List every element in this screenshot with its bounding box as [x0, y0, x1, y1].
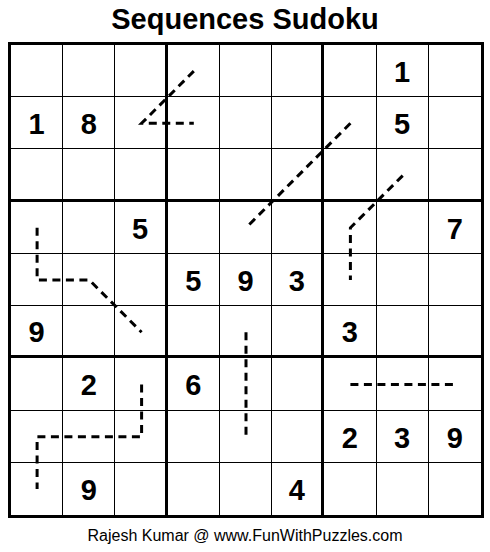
empty-cell-r3c4[interactable] [168, 149, 220, 201]
empty-cell-r6c8[interactable] [377, 306, 429, 358]
empty-cell-r5c8[interactable] [377, 254, 429, 306]
given-cell-r5c6: 3 [272, 254, 324, 306]
empty-cell-r3c1[interactable] [11, 149, 63, 201]
empty-cell-r8c2[interactable] [63, 411, 115, 463]
empty-cell-r2c3[interactable] [115, 97, 167, 149]
given-cell-r9c2: 9 [63, 463, 115, 515]
empty-cell-r6c5[interactable] [220, 306, 272, 358]
empty-cell-r7c3[interactable] [115, 358, 167, 410]
empty-cell-r2c4[interactable] [168, 97, 220, 149]
given-cell-r2c1: 1 [11, 97, 63, 149]
empty-cell-r3c2[interactable] [63, 149, 115, 201]
empty-cell-r9c1[interactable] [11, 463, 63, 515]
empty-cell-r4c8[interactable] [377, 202, 429, 254]
empty-cell-r8c6[interactable] [272, 411, 324, 463]
empty-cell-r1c6[interactable] [272, 45, 324, 97]
empty-cell-r3c9[interactable] [429, 149, 481, 201]
empty-cell-r1c2[interactable] [63, 45, 115, 97]
empty-cell-r4c5[interactable] [220, 202, 272, 254]
given-cell-r6c1: 9 [11, 306, 63, 358]
empty-cell-r8c1[interactable] [11, 411, 63, 463]
empty-cell-r6c9[interactable] [429, 306, 481, 358]
given-cell-r8c7: 2 [324, 411, 376, 463]
empty-cell-r5c2[interactable] [63, 254, 115, 306]
given-cell-r7c4: 6 [168, 358, 220, 410]
empty-cell-r7c7[interactable] [324, 358, 376, 410]
empty-cell-r1c4[interactable] [168, 45, 220, 97]
empty-cell-r8c3[interactable] [115, 411, 167, 463]
empty-cell-r9c4[interactable] [168, 463, 220, 515]
given-cell-r9c6: 4 [272, 463, 324, 515]
given-cell-r5c5: 9 [220, 254, 272, 306]
empty-cell-r2c6[interactable] [272, 97, 324, 149]
page-title: Sequences Sudoku [0, 2, 490, 36]
empty-cell-r4c4[interactable] [168, 202, 220, 254]
empty-cell-r6c4[interactable] [168, 306, 220, 358]
empty-cell-r5c7[interactable] [324, 254, 376, 306]
empty-cell-r7c8[interactable] [377, 358, 429, 410]
given-cell-r8c9: 9 [429, 411, 481, 463]
empty-cell-r6c2[interactable] [63, 306, 115, 358]
empty-cell-r2c7[interactable] [324, 97, 376, 149]
empty-cell-r9c3[interactable] [115, 463, 167, 515]
empty-cell-r5c9[interactable] [429, 254, 481, 306]
empty-cell-r3c7[interactable] [324, 149, 376, 201]
empty-cell-r3c8[interactable] [377, 149, 429, 201]
given-cell-r6c7: 3 [324, 306, 376, 358]
footer-credit: Rajesh Kumar @ www.FunWithPuzzles.com [0, 524, 490, 548]
empty-cell-r6c3[interactable] [115, 306, 167, 358]
empty-cell-r2c5[interactable] [220, 97, 272, 149]
given-cell-r2c2: 8 [63, 97, 115, 149]
empty-cell-r5c1[interactable] [11, 254, 63, 306]
given-cell-r5c4: 5 [168, 254, 220, 306]
given-cell-r1c8: 1 [377, 45, 429, 97]
empty-cell-r4c2[interactable] [63, 202, 115, 254]
empty-cell-r9c7[interactable] [324, 463, 376, 515]
given-cell-r4c3: 5 [115, 202, 167, 254]
empty-cell-r1c1[interactable] [11, 45, 63, 97]
empty-cell-r7c9[interactable] [429, 358, 481, 410]
given-cell-r2c8: 5 [377, 97, 429, 149]
empty-cell-r3c6[interactable] [272, 149, 324, 201]
empty-cell-r2c9[interactable] [429, 97, 481, 149]
empty-cell-r5c3[interactable] [115, 254, 167, 306]
given-cell-r8c8: 3 [377, 411, 429, 463]
empty-cell-r4c7[interactable] [324, 202, 376, 254]
empty-cell-r8c4[interactable] [168, 411, 220, 463]
empty-cell-r1c7[interactable] [324, 45, 376, 97]
empty-cell-r1c9[interactable] [429, 45, 481, 97]
empty-cell-r1c5[interactable] [220, 45, 272, 97]
sudoku-board: 118557593932623994 [8, 42, 484, 518]
empty-cell-r4c6[interactable] [272, 202, 324, 254]
empty-cell-r3c5[interactable] [220, 149, 272, 201]
empty-cell-r9c9[interactable] [429, 463, 481, 515]
given-cell-r7c2: 2 [63, 358, 115, 410]
empty-cell-r6c6[interactable] [272, 306, 324, 358]
given-cell-r4c9: 7 [429, 202, 481, 254]
empty-cell-r8c5[interactable] [220, 411, 272, 463]
empty-cell-r7c1[interactable] [11, 358, 63, 410]
empty-cell-r1c3[interactable] [115, 45, 167, 97]
empty-cell-r3c3[interactable] [115, 149, 167, 201]
empty-cell-r7c5[interactable] [220, 358, 272, 410]
empty-cell-r4c1[interactable] [11, 202, 63, 254]
empty-cell-r7c6[interactable] [272, 358, 324, 410]
empty-cell-r9c5[interactable] [220, 463, 272, 515]
empty-cell-r9c8[interactable] [377, 463, 429, 515]
